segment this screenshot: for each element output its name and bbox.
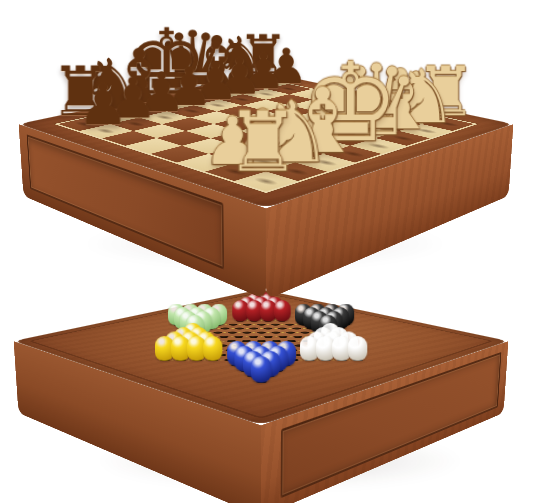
chess-scene: ♜♞♝♛♚♝♞♜♟♟♟♟♟♟♟♟♟♟♟♟♟♟♟♟♜♞♝♛♚♝♞♜ <box>0 0 533 503</box>
product-photo-canvas: ♜♞♝♛♚♝♞♜♟♟♟♟♟♟♟♟♟♟♟♟♟♟♟♟♜♞♝♛♚♝♞♜ <box>0 0 533 503</box>
white-rook-glyph: ♜ <box>177 104 347 183</box>
chess-box: ♜♞♝♛♚♝♞♜♟♟♟♟♟♟♟♟♟♟♟♟♟♟♟♟♜♞♝♛♚♝♞♜ <box>19 72 514 208</box>
